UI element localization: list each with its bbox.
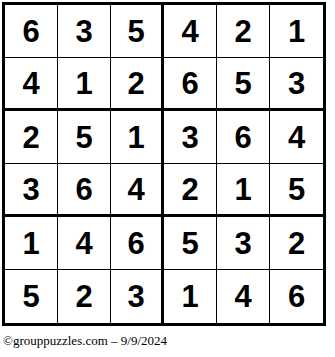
cell-r4c5: 1	[217, 164, 270, 217]
puzzle-page: 635421412653251364364215146532523146 ©gr…	[0, 0, 335, 357]
cell-r3c4: 3	[164, 111, 217, 164]
cell-r1c1: 6	[5, 5, 58, 58]
sudoku-board: 635421412653251364364215146532523146	[2, 2, 326, 326]
cell-r6c4: 1	[164, 270, 217, 323]
cell-r4c3: 4	[111, 164, 164, 217]
cell-r1c2: 3	[58, 5, 111, 58]
cell-r5c2: 4	[58, 217, 111, 270]
cell-r6c5: 4	[217, 270, 270, 323]
cell-r1c3: 5	[111, 5, 164, 58]
cell-r3c2: 5	[58, 111, 111, 164]
copyright-credit: ©grouppuzzles.com – 9/9/2024	[2, 333, 335, 349]
cell-r4c1: 3	[5, 164, 58, 217]
cell-r2c5: 5	[217, 58, 270, 111]
cell-r5c3: 6	[111, 217, 164, 270]
cell-r3c3: 1	[111, 111, 164, 164]
cell-r2c3: 2	[111, 58, 164, 111]
cell-r3c6: 4	[270, 111, 323, 164]
cell-r2c6: 3	[270, 58, 323, 111]
cell-r1c4: 4	[164, 5, 217, 58]
cell-r2c1: 4	[5, 58, 58, 111]
cell-r5c5: 3	[217, 217, 270, 270]
cell-r2c4: 6	[164, 58, 217, 111]
cell-r3c5: 6	[217, 111, 270, 164]
cell-r1c5: 2	[217, 5, 270, 58]
cell-r4c6: 5	[270, 164, 323, 217]
cell-r6c6: 6	[270, 270, 323, 323]
cell-r5c4: 5	[164, 217, 217, 270]
cell-r4c4: 2	[164, 164, 217, 217]
cell-r1c6: 1	[270, 5, 323, 58]
cell-r6c2: 2	[58, 270, 111, 323]
cell-r5c1: 1	[5, 217, 58, 270]
cell-r6c1: 5	[5, 270, 58, 323]
cell-r3c1: 2	[5, 111, 58, 164]
cell-r2c2: 1	[58, 58, 111, 111]
cell-r5c6: 2	[270, 217, 323, 270]
cell-r4c2: 6	[58, 164, 111, 217]
cell-r6c3: 3	[111, 270, 164, 323]
